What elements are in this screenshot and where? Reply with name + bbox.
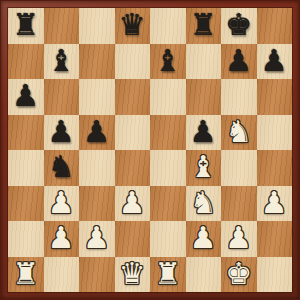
white-bishop-f4[interactable]: ♝ [190, 150, 217, 184]
square-g8[interactable]: ♚ [221, 8, 257, 44]
square-e4[interactable] [150, 150, 186, 186]
square-e6[interactable] [150, 79, 186, 115]
white-pawn-d3[interactable]: ♟ [119, 186, 146, 220]
black-pawn-c5[interactable]: ♟ [83, 115, 110, 149]
white-knight-f3[interactable]: ♞ [190, 186, 217, 220]
black-rook-f8[interactable]: ♜ [190, 8, 217, 42]
square-e5[interactable] [150, 115, 186, 151]
white-pawn-h3[interactable]: ♟ [261, 186, 288, 220]
square-g2[interactable]: ♟ [221, 221, 257, 257]
white-pawn-b2[interactable]: ♟ [48, 221, 75, 255]
square-f6[interactable] [186, 79, 222, 115]
square-h1[interactable] [257, 257, 293, 293]
white-pawn-b3[interactable]: ♟ [48, 186, 75, 220]
black-rook-a8[interactable]: ♜ [12, 8, 39, 42]
white-queen-d1[interactable]: ♛ [119, 257, 146, 291]
square-d6[interactable] [115, 79, 151, 115]
square-c6[interactable] [79, 79, 115, 115]
square-h5[interactable] [257, 115, 293, 151]
black-queen-d8[interactable]: ♛ [119, 8, 146, 42]
square-g4[interactable] [221, 150, 257, 186]
black-pawn-h7[interactable]: ♟ [261, 44, 288, 78]
square-h7[interactable]: ♟ [257, 44, 293, 80]
white-pawn-g2[interactable]: ♟ [225, 221, 252, 255]
square-b4[interactable]: ♞ [44, 150, 80, 186]
square-g7[interactable]: ♟ [221, 44, 257, 80]
square-f3[interactable]: ♞ [186, 186, 222, 222]
square-a8[interactable]: ♜ [8, 8, 44, 44]
square-h2[interactable] [257, 221, 293, 257]
white-knight-g5[interactable]: ♞ [225, 115, 252, 149]
square-f7[interactable] [186, 44, 222, 80]
square-c5[interactable]: ♟ [79, 115, 115, 151]
square-f4[interactable]: ♝ [186, 150, 222, 186]
square-c4[interactable] [79, 150, 115, 186]
square-a7[interactable] [8, 44, 44, 80]
square-a2[interactable] [8, 221, 44, 257]
black-bishop-b7[interactable]: ♝ [48, 44, 75, 78]
square-a4[interactable] [8, 150, 44, 186]
square-c1[interactable] [79, 257, 115, 293]
square-g5[interactable]: ♞ [221, 115, 257, 151]
square-d2[interactable] [115, 221, 151, 257]
square-d7[interactable] [115, 44, 151, 80]
square-d8[interactable]: ♛ [115, 8, 151, 44]
square-b3[interactable]: ♟ [44, 186, 80, 222]
square-b7[interactable]: ♝ [44, 44, 80, 80]
square-d3[interactable]: ♟ [115, 186, 151, 222]
square-c8[interactable] [79, 8, 115, 44]
black-bishop-e7[interactable]: ♝ [154, 44, 181, 78]
square-e3[interactable] [150, 186, 186, 222]
square-e8[interactable] [150, 8, 186, 44]
square-a5[interactable] [8, 115, 44, 151]
square-g3[interactable] [221, 186, 257, 222]
square-b8[interactable] [44, 8, 80, 44]
black-pawn-b5[interactable]: ♟ [48, 115, 75, 149]
square-a6[interactable]: ♟ [8, 79, 44, 115]
black-pawn-a6[interactable]: ♟ [12, 79, 39, 113]
black-king-g8[interactable]: ♚ [225, 8, 252, 42]
board-frame: ♜♛♜♚♝♝♟♟♟♟♟♟♞♞♝♟♟♞♟♟♟♟♟♜♛♜♚ [0, 0, 300, 300]
chess-board: ♜♛♜♚♝♝♟♟♟♟♟♟♞♞♝♟♟♞♟♟♟♟♟♜♛♜♚ [8, 8, 292, 292]
white-rook-a1[interactable]: ♜ [12, 257, 39, 291]
white-king-g1[interactable]: ♚ [225, 257, 252, 291]
square-e2[interactable] [150, 221, 186, 257]
white-pawn-c2[interactable]: ♟ [83, 221, 110, 255]
square-f1[interactable] [186, 257, 222, 293]
black-pawn-f5[interactable]: ♟ [190, 115, 217, 149]
square-d1[interactable]: ♛ [115, 257, 151, 293]
square-f2[interactable]: ♟ [186, 221, 222, 257]
square-g1[interactable]: ♚ [221, 257, 257, 293]
square-b6[interactable] [44, 79, 80, 115]
square-a1[interactable]: ♜ [8, 257, 44, 293]
square-b1[interactable] [44, 257, 80, 293]
square-h3[interactable]: ♟ [257, 186, 293, 222]
square-c2[interactable]: ♟ [79, 221, 115, 257]
square-g6[interactable] [221, 79, 257, 115]
white-rook-e1[interactable]: ♜ [154, 257, 181, 291]
square-h8[interactable] [257, 8, 293, 44]
square-b5[interactable]: ♟ [44, 115, 80, 151]
square-e1[interactable]: ♜ [150, 257, 186, 293]
square-b2[interactable]: ♟ [44, 221, 80, 257]
black-knight-b4[interactable]: ♞ [48, 150, 75, 184]
square-f8[interactable]: ♜ [186, 8, 222, 44]
black-pawn-g7[interactable]: ♟ [225, 44, 252, 78]
square-c3[interactable] [79, 186, 115, 222]
square-d4[interactable] [115, 150, 151, 186]
square-a3[interactable] [8, 186, 44, 222]
square-c7[interactable] [79, 44, 115, 80]
square-h6[interactable] [257, 79, 293, 115]
square-d5[interactable] [115, 115, 151, 151]
white-pawn-f2[interactable]: ♟ [190, 221, 217, 255]
square-e7[interactable]: ♝ [150, 44, 186, 80]
square-h4[interactable] [257, 150, 293, 186]
square-f5[interactable]: ♟ [186, 115, 222, 151]
